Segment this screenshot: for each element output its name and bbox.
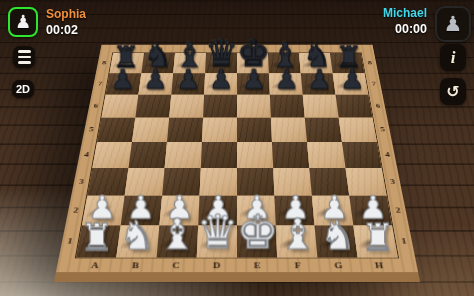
player-left-avatar[interactable]: ♟ [8,7,38,37]
piece-black-pawn-d7[interactable]: ♟ [204,73,237,95]
square-f6[interactable] [270,95,305,118]
square-b6[interactable] [135,95,171,118]
square-d6[interactable] [203,95,237,118]
scene-3d: AABBCCDDEEFFGGHH1122334455667788♜♞♝♛♚♝♞♜… [0,0,474,296]
white-king-glyph: ♚ [236,209,278,256]
piece-white-bishop-f1[interactable]: ♝ [276,226,318,258]
player-right-name: Michael [383,6,427,20]
black-pawn-glyph: ♟ [176,66,200,93]
piece-black-pawn-f7[interactable]: ♟ [269,73,303,95]
undo-icon: ↺ [446,82,459,101]
player-right-avatar[interactable]: ♟ [435,6,471,42]
square-c4[interactable] [165,142,202,168]
piece-white-king-e1[interactable]: ♚ [237,226,277,258]
square-c6[interactable] [169,95,204,118]
square-b4[interactable] [128,142,167,168]
square-d4[interactable] [201,142,237,168]
square-h4[interactable] [342,142,382,168]
square-g6[interactable] [303,95,339,118]
square-h5[interactable] [339,118,377,142]
piece-white-bishop-c1[interactable]: ♝ [157,226,199,258]
white-rook-glyph: ♜ [80,218,114,256]
black-pawn-glyph: ♟ [208,66,232,93]
file-label-near-f: F [277,259,318,272]
file-label-near-b: B [114,259,156,272]
player-right-panel: Michael 00:00 ♟ [383,6,471,42]
white-queen-glyph: ♛ [196,209,238,256]
square-a5[interactable] [97,118,135,142]
square-e5[interactable] [237,118,272,142]
piece-black-pawn-h7[interactable]: ♟ [333,73,369,95]
black-pawn-glyph: ♟ [110,66,134,93]
app-window: AABBCCDDEEFFGGHH1122334455667788♜♞♝♛♚♝♞♜… [0,0,474,296]
menu-button[interactable] [13,46,35,68]
square-a4[interactable] [92,142,132,168]
square-g5[interactable] [305,118,342,142]
square-a6[interactable] [101,95,138,118]
square-g4[interactable] [307,142,346,168]
black-pawn-glyph: ♟ [274,66,298,93]
undo-button[interactable]: ↺ [440,78,466,105]
piece-black-pawn-g7[interactable]: ♟ [301,73,336,95]
square-d5[interactable] [202,118,237,142]
info-button[interactable]: i [440,44,466,71]
piece-white-rook-a1[interactable]: ♜ [76,226,121,258]
white-pawn-icon: ♟ [15,13,31,31]
square-f5[interactable] [271,118,307,142]
piece-black-pawn-c7[interactable]: ♟ [171,73,205,95]
square-c5[interactable] [167,118,203,142]
player-right-timer: 00:00 [395,22,427,36]
piece-white-rook-h1[interactable]: ♜ [353,226,398,258]
black-pawn-icon: ♟ [444,14,463,35]
black-pawn-glyph: ♟ [307,66,331,93]
piece-white-queen-d1[interactable]: ♛ [197,226,237,258]
file-label-near-d: D [196,259,237,272]
file-label-near-c: C [155,259,196,272]
player-left-timer: 00:02 [46,23,86,37]
white-rook-glyph: ♜ [361,218,395,256]
square-f4[interactable] [272,142,309,168]
chess-board[interactable]: AABBCCDDEEFFGGHH1122334455667788♜♞♝♛♚♝♞♜… [56,45,418,272]
piece-black-pawn-e7[interactable]: ♟ [237,73,270,95]
square-h6[interactable] [336,95,373,118]
white-bishop-glyph: ♝ [158,213,196,255]
file-label-near-e: E [237,259,278,272]
square-e4[interactable] [237,142,273,168]
player-left-name: Sophia [46,7,86,21]
file-label-near-g: G [318,259,360,272]
square-e6[interactable] [237,95,271,118]
black-pawn-glyph: ♟ [340,66,364,93]
white-knight-glyph: ♞ [319,216,355,256]
player-left-panel: ♟ Sophia 00:02 [8,7,86,37]
file-label-near-a: A [74,259,117,272]
piece-white-knight-b1[interactable]: ♞ [116,226,159,258]
black-pawn-glyph: ♟ [143,66,167,93]
white-bishop-glyph: ♝ [278,213,316,255]
black-pawn-glyph: ♟ [241,66,265,93]
hamburger-icon [18,50,31,53]
file-label-near-h: H [358,259,401,272]
white-knight-glyph: ♞ [119,216,155,256]
view-2d-button[interactable]: 2D [12,80,34,98]
square-b5[interactable] [132,118,169,142]
piece-white-knight-g1[interactable]: ♞ [315,226,358,258]
